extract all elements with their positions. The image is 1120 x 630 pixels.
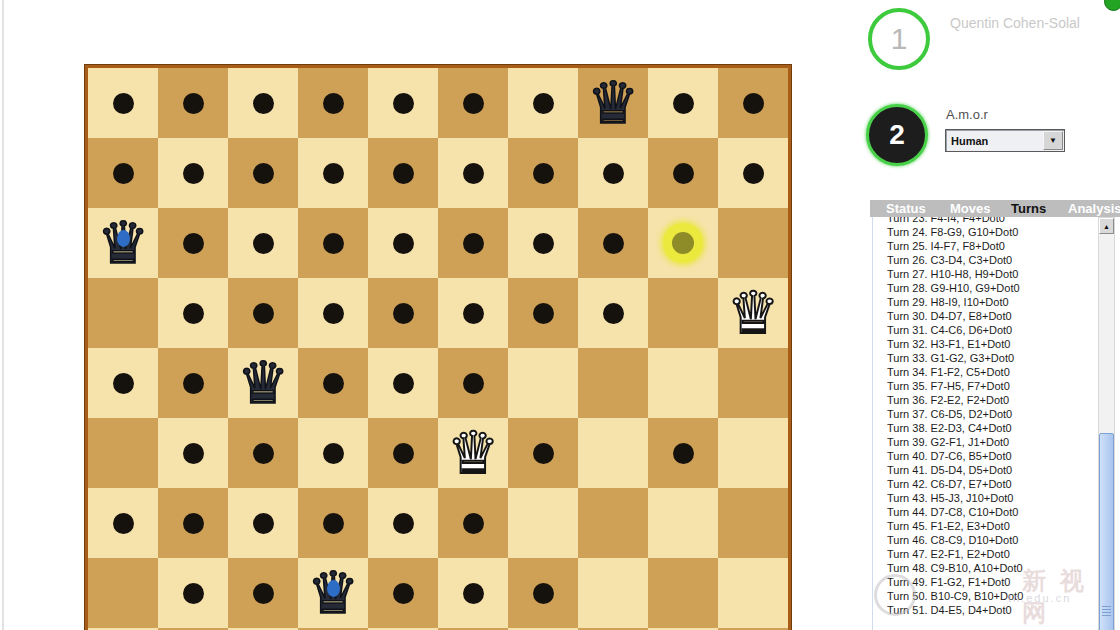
square-e5[interactable] — [368, 418, 438, 488]
arrow-dot — [253, 163, 274, 184]
square-b10[interactable] — [158, 68, 228, 138]
arrow-dot — [463, 303, 484, 324]
player2-control-dropdown[interactable]: Human ▼ — [945, 129, 1065, 152]
square-i7[interactable] — [648, 278, 718, 348]
arrow-dot — [463, 513, 484, 534]
square-i3[interactable] — [648, 558, 718, 628]
square-a3[interactable] — [88, 558, 158, 628]
square-j10[interactable] — [718, 68, 788, 138]
arrow-dot — [393, 373, 414, 394]
square-f8[interactable] — [438, 208, 508, 278]
square-g5[interactable] — [508, 418, 578, 488]
arrow-dot — [463, 93, 484, 114]
square-g7[interactable] — [508, 278, 578, 348]
arrow-dot — [323, 233, 344, 254]
turn-row[interactable]: Turn 36. F2-E2, F2+Dot0 — [873, 393, 1099, 407]
square-d4[interactable] — [298, 488, 368, 558]
turn-row[interactable]: Turn 34. F1-F2, C5+Dot0 — [873, 365, 1099, 379]
square-g4[interactable] — [508, 488, 578, 558]
arrow-dot — [743, 93, 764, 114]
arrow-dot — [393, 163, 414, 184]
player2-name: A.m.o.r — [946, 107, 988, 122]
arrow-dot — [393, 443, 414, 464]
arrow-dot — [183, 443, 204, 464]
turn-row[interactable]: Turn 33. G1-G2, G3+Dot0 — [873, 351, 1099, 365]
turn-row[interactable]: Turn 42. C6-D7, E7+Dot0 — [873, 477, 1099, 491]
square-c7[interactable] — [228, 278, 298, 348]
square-g3[interactable] — [508, 558, 578, 628]
arrow-dot — [533, 583, 554, 604]
player1-name: Quentin Cohen-Solal — [950, 15, 1080, 31]
square-a8[interactable]: ♛ — [88, 208, 158, 278]
arrow-dot — [323, 93, 344, 114]
turn-row[interactable]: Turn 35. F7-H5, F7+Dot0 — [873, 379, 1099, 393]
square-i9[interactable] — [648, 138, 718, 208]
square-j5[interactable] — [718, 418, 788, 488]
arrow-dot — [323, 443, 344, 464]
square-d6[interactable] — [298, 348, 368, 418]
player1-seat-number: 1 — [891, 22, 908, 56]
arrow-dot — [533, 443, 554, 464]
yellow-highlight-dot — [663, 223, 703, 263]
arrow-dot — [323, 163, 344, 184]
turn-row[interactable]: Turn 47. E2-F1, E2+Dot0 — [873, 547, 1099, 561]
turn-row[interactable]: Turn 39. G2-F1, J1+Dot0 — [873, 435, 1099, 449]
square-f5[interactable]: ♛ — [438, 418, 508, 488]
arrow-dot — [533, 303, 554, 324]
turn-row[interactable]: Turn 45. F1-E2, E3+Dot0 — [873, 519, 1099, 533]
player1-seat-badge: 1 — [868, 8, 930, 70]
turn-row[interactable]: Turn 23. F4-I4, F4+Dot0 — [873, 217, 1099, 225]
arrow-dot — [393, 233, 414, 254]
yellow-dot-center — [672, 232, 694, 254]
square-f6[interactable] — [438, 348, 508, 418]
turn-row[interactable]: Turn 37. C6-D5, D2+Dot0 — [873, 407, 1099, 421]
square-d9[interactable] — [298, 138, 368, 208]
arrow-dot — [183, 163, 204, 184]
arrow-dot — [533, 233, 554, 254]
player2-seat-badge: 2 — [866, 104, 928, 166]
arrow-dot — [463, 583, 484, 604]
arrow-dot — [603, 303, 624, 324]
turn-row[interactable]: Turn 32. H3-F1, E1+Dot0 — [873, 337, 1099, 351]
square-e9[interactable] — [368, 138, 438, 208]
square-c4[interactable] — [228, 488, 298, 558]
turn-row[interactable]: Turn 29. H8-I9, I10+Dot0 — [873, 295, 1099, 309]
arrow-dot — [113, 163, 134, 184]
tab-turns[interactable]: Turns — [1011, 201, 1046, 216]
arrow-dot — [463, 233, 484, 254]
square-d10[interactable] — [298, 68, 368, 138]
square-j8[interactable] — [718, 208, 788, 278]
scroll-up-arrow-icon[interactable]: ▲ — [1099, 218, 1114, 234]
chevron-down-icon[interactable]: ▼ — [1043, 131, 1063, 150]
square-g10[interactable] — [508, 68, 578, 138]
square-e8[interactable] — [368, 208, 438, 278]
arrow-dot — [463, 373, 484, 394]
square-b5[interactable] — [158, 418, 228, 488]
square-f4[interactable] — [438, 488, 508, 558]
square-b8[interactable] — [158, 208, 228, 278]
arrow-dot — [323, 373, 344, 394]
arrow-dot — [393, 303, 414, 324]
square-c10[interactable] — [228, 68, 298, 138]
board-grid: ♛♛♛♛♛♛ — [88, 68, 788, 630]
white-queen[interactable]: ♛ — [447, 420, 499, 486]
turn-row[interactable]: Turn 51. D4-E5, D4+Dot0 — [873, 603, 1099, 617]
arrow-dot — [183, 233, 204, 254]
square-c6[interactable]: ♛ — [228, 348, 298, 418]
square-h9[interactable] — [578, 138, 648, 208]
square-d7[interactable] — [298, 278, 368, 348]
square-h6[interactable] — [578, 348, 648, 418]
window-edge-line — [2, 0, 4, 630]
square-e6[interactable] — [368, 348, 438, 418]
square-h3[interactable] — [578, 558, 648, 628]
square-d3[interactable]: ♛ — [298, 558, 368, 628]
turn-row[interactable]: Turn 25. I4-F7, F8+Dot0 — [873, 239, 1099, 253]
square-b7[interactable] — [158, 278, 228, 348]
arrow-dot — [673, 93, 694, 114]
square-g8[interactable] — [508, 208, 578, 278]
square-h8[interactable] — [578, 208, 648, 278]
square-h5[interactable] — [578, 418, 648, 488]
amazons-board: ♛♛♛♛♛♛ — [85, 65, 791, 630]
square-a9[interactable] — [88, 138, 158, 208]
tab-moves[interactable]: Moves — [950, 201, 990, 216]
arrow-dot — [743, 163, 764, 184]
square-i6[interactable] — [648, 348, 718, 418]
square-d5[interactable] — [298, 418, 368, 488]
square-f3[interactable] — [438, 558, 508, 628]
turn-row[interactable]: Turn 46. C8-C9, D10+Dot0 — [873, 533, 1099, 547]
arrow-dot — [393, 583, 414, 604]
arrow-dot — [183, 513, 204, 534]
turn-row[interactable]: Turn 44. D7-C8, C10+Dot0 — [873, 505, 1099, 519]
white-queen[interactable]: ♛ — [727, 280, 779, 346]
turns-scrollbar[interactable]: ▲ — [1098, 217, 1115, 630]
square-e4[interactable] — [368, 488, 438, 558]
square-j9[interactable] — [718, 138, 788, 208]
blue-mark — [117, 230, 130, 247]
turn-row[interactable]: Turn 50. B10-C9, B10+Dot0 — [873, 589, 1099, 603]
square-b9[interactable] — [158, 138, 228, 208]
square-b3[interactable] — [158, 558, 228, 628]
turn-row[interactable]: Turn 48. C9-B10, A10+Dot0 — [873, 561, 1099, 575]
square-j6[interactable] — [718, 348, 788, 418]
square-c3[interactable] — [228, 558, 298, 628]
arrow-dot — [113, 93, 134, 114]
square-i10[interactable] — [648, 68, 718, 138]
square-c5[interactable] — [228, 418, 298, 488]
square-e3[interactable] — [368, 558, 438, 628]
arrow-dot — [603, 233, 624, 254]
arrow-dot — [323, 303, 344, 324]
square-c8[interactable] — [228, 208, 298, 278]
tab-analysis[interactable]: Analysis — [1068, 201, 1120, 216]
square-h7[interactable] — [578, 278, 648, 348]
arrow-dot — [113, 373, 134, 394]
square-c9[interactable] — [228, 138, 298, 208]
scrollbar-grip — [1102, 606, 1111, 616]
square-b4[interactable] — [158, 488, 228, 558]
arrow-dot — [253, 513, 274, 534]
turn-row[interactable]: Turn 28. G9-H10, G9+Dot0 — [873, 281, 1099, 295]
turn-row[interactable]: Turn 40. D7-C6, B5+Dot0 — [873, 449, 1099, 463]
arrow-dot — [393, 513, 414, 534]
square-a4[interactable] — [88, 488, 158, 558]
square-e7[interactable] — [368, 278, 438, 348]
arrow-dot — [603, 163, 624, 184]
black-queen[interactable]: ♛ — [587, 70, 639, 136]
square-a5[interactable] — [88, 418, 158, 488]
arrow-dot — [533, 93, 554, 114]
square-a6[interactable] — [88, 348, 158, 418]
panel-tabbar: StatusMovesTurnsAnalysis — [870, 200, 1120, 217]
arrow-dot — [183, 583, 204, 604]
arrow-dot — [183, 303, 204, 324]
square-a10[interactable] — [88, 68, 158, 138]
turn-row[interactable]: Turn 24. F8-G9, G10+Dot0 — [873, 225, 1099, 239]
square-h10[interactable]: ♛ — [578, 68, 648, 138]
turn-row[interactable]: Turn 49. F1-G2, F1+Dot0 — [873, 575, 1099, 589]
square-j4[interactable] — [718, 488, 788, 558]
arrow-dot — [673, 443, 694, 464]
scrollbar-thumb[interactable] — [1099, 433, 1114, 630]
player2-seat-number: 2 — [889, 119, 905, 151]
status-green-dot — [1104, 0, 1120, 11]
turns-list: Turn 23. F4-I4, F4+Dot0Turn 24. F8-G9, G… — [872, 217, 1099, 630]
tab-status[interactable]: Status — [886, 201, 926, 216]
arrow-dot — [673, 163, 694, 184]
turn-row[interactable]: Turn 27. H10-H8, H9+Dot0 — [873, 267, 1099, 281]
dropdown-selected-value: Human — [946, 135, 1043, 147]
arrow-dot — [183, 93, 204, 114]
turn-row[interactable]: Turn 31. C4-C6, D6+Dot0 — [873, 323, 1099, 337]
black-queen[interactable]: ♛ — [237, 350, 289, 416]
turn-row[interactable]: Turn 30. D4-D7, E8+Dot0 — [873, 309, 1099, 323]
turn-row[interactable]: Turn 41. D5-D4, D5+Dot0 — [873, 463, 1099, 477]
square-i5[interactable] — [648, 418, 718, 488]
square-f10[interactable] — [438, 68, 508, 138]
square-f9[interactable] — [438, 138, 508, 208]
square-h4[interactable] — [578, 488, 648, 558]
arrow-dot — [113, 513, 134, 534]
turn-row[interactable]: Turn 26. C3-D4, C3+Dot0 — [873, 253, 1099, 267]
square-g9[interactable] — [508, 138, 578, 208]
square-j7[interactable]: ♛ — [718, 278, 788, 348]
arrow-dot — [323, 513, 344, 534]
arrow-dot — [253, 233, 274, 254]
arrow-dot — [253, 443, 274, 464]
turn-row[interactable]: Turn 43. H5-J3, J10+Dot0 — [873, 491, 1099, 505]
square-g6[interactable] — [508, 348, 578, 418]
arrow-dot — [183, 373, 204, 394]
arrow-dot — [393, 93, 414, 114]
square-e10[interactable] — [368, 68, 438, 138]
square-a7[interactable] — [88, 278, 158, 348]
square-d8[interactable] — [298, 208, 368, 278]
square-i8[interactable] — [648, 208, 718, 278]
square-f7[interactable] — [438, 278, 508, 348]
square-i4[interactable] — [648, 488, 718, 558]
square-j3[interactable] — [718, 558, 788, 628]
turn-row[interactable]: Turn 38. E2-D3, C4+Dot0 — [873, 421, 1099, 435]
blue-mark — [327, 580, 340, 597]
arrow-dot — [533, 163, 554, 184]
arrow-dot — [253, 93, 274, 114]
arrow-dot — [253, 583, 274, 604]
square-b6[interactable] — [158, 348, 228, 418]
arrow-dot — [253, 303, 274, 324]
arrow-dot — [463, 163, 484, 184]
